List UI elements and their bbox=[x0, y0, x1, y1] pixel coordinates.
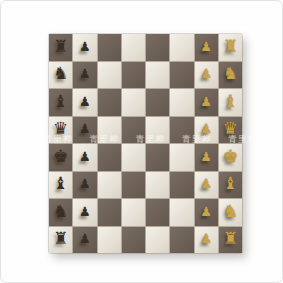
board-square[interactable] bbox=[98, 117, 121, 144]
white-bishop[interactable]: ♝ bbox=[223, 93, 238, 110]
black-pawn[interactable]: ♟ bbox=[79, 122, 91, 135]
board-square[interactable] bbox=[122, 199, 145, 226]
board-square[interactable]: ♝ bbox=[219, 89, 242, 116]
board-square[interactable]: ♝ bbox=[219, 172, 242, 199]
white-king[interactable]: ♚ bbox=[223, 148, 238, 165]
board-square[interactable]: ♝ bbox=[49, 89, 72, 116]
board-square[interactable] bbox=[146, 199, 169, 226]
white-knight[interactable]: ♞ bbox=[223, 203, 238, 220]
board-square[interactable] bbox=[122, 144, 145, 171]
board-square[interactable] bbox=[122, 227, 145, 254]
board-square[interactable]: ♞ bbox=[49, 199, 72, 226]
chess-board: ♜♟♟♜♞♟♟♞♝♟♟♝♛♟♟♛♚♟♟♚♝♟♟♝♞♟♟♞♜♟♟♜ bbox=[49, 34, 242, 253]
board-square[interactable]: ♜ bbox=[219, 34, 242, 61]
board-square[interactable]: ♚ bbox=[49, 144, 72, 171]
board-square[interactable]: ♜ bbox=[49, 34, 72, 61]
black-pawn[interactable]: ♟ bbox=[79, 177, 91, 190]
board-square[interactable]: ♞ bbox=[49, 62, 72, 89]
board-square[interactable] bbox=[122, 117, 145, 144]
board-square[interactable] bbox=[98, 62, 121, 89]
board-square[interactable] bbox=[98, 199, 121, 226]
white-pawn[interactable]: ♟ bbox=[200, 205, 212, 218]
board-square[interactable] bbox=[146, 62, 169, 89]
board-square[interactable]: ♟ bbox=[195, 117, 218, 144]
board-square[interactable]: ♟ bbox=[195, 144, 218, 171]
board-square[interactable]: ♟ bbox=[73, 117, 96, 144]
white-knight[interactable]: ♞ bbox=[223, 65, 238, 82]
board-square[interactable] bbox=[98, 227, 121, 254]
board-square[interactable]: ♟ bbox=[195, 34, 218, 61]
black-pawn[interactable]: ♟ bbox=[79, 205, 91, 218]
board-square[interactable] bbox=[170, 34, 193, 61]
board-square[interactable] bbox=[122, 62, 145, 89]
board-square[interactable] bbox=[98, 144, 121, 171]
black-king[interactable]: ♚ bbox=[53, 148, 68, 165]
board-square[interactable]: ♜ bbox=[49, 227, 72, 254]
white-pawn[interactable]: ♟ bbox=[200, 177, 212, 190]
board-square[interactable]: ♞ bbox=[219, 199, 242, 226]
board-square[interactable] bbox=[98, 89, 121, 116]
board-square[interactable]: ♟ bbox=[195, 199, 218, 226]
board-square[interactable] bbox=[98, 172, 121, 199]
board-square[interactable] bbox=[170, 117, 193, 144]
board-square[interactable] bbox=[170, 172, 193, 199]
board-square[interactable] bbox=[170, 227, 193, 254]
black-pawn[interactable]: ♟ bbox=[79, 232, 91, 245]
board-square[interactable]: ♟ bbox=[195, 227, 218, 254]
board-square[interactable] bbox=[98, 34, 121, 61]
board-square[interactable]: ♟ bbox=[73, 227, 96, 254]
board-square[interactable]: ♟ bbox=[73, 89, 96, 116]
white-pawn[interactable]: ♟ bbox=[200, 67, 212, 80]
board-square[interactable] bbox=[146, 117, 169, 144]
black-pawn[interactable]: ♟ bbox=[79, 40, 91, 53]
board-square[interactable]: ♟ bbox=[195, 172, 218, 199]
white-rook[interactable]: ♜ bbox=[223, 38, 238, 55]
board-square[interactable]: ♞ bbox=[219, 62, 242, 89]
black-pawn[interactable]: ♟ bbox=[79, 95, 91, 108]
product-photo: ♜♟♟♜♞♟♟♞♝♟♟♝♛♟♟♛♚♟♟♚♝♟♟♝♞♟♟♞♜♟♟♜ 青里桦 青里桦… bbox=[0, 0, 283, 283]
board-square[interactable] bbox=[122, 34, 145, 61]
board-square[interactable] bbox=[146, 227, 169, 254]
white-queen[interactable]: ♛ bbox=[223, 120, 238, 137]
black-rook[interactable]: ♜ bbox=[53, 230, 68, 247]
white-rook[interactable]: ♜ bbox=[223, 230, 238, 247]
board-square[interactable]: ♟ bbox=[73, 144, 96, 171]
black-bishop[interactable]: ♝ bbox=[53, 175, 68, 192]
board-square[interactable] bbox=[170, 62, 193, 89]
white-pawn[interactable]: ♟ bbox=[200, 95, 212, 108]
board-square[interactable] bbox=[146, 89, 169, 116]
black-pawn[interactable]: ♟ bbox=[79, 150, 91, 163]
board-square[interactable]: ♝ bbox=[49, 172, 72, 199]
board-square[interactable] bbox=[146, 172, 169, 199]
board-square[interactable] bbox=[170, 89, 193, 116]
board-square[interactable] bbox=[146, 34, 169, 61]
board-square[interactable]: ♟ bbox=[73, 34, 96, 61]
board-square[interactable]: ♟ bbox=[73, 199, 96, 226]
black-knight[interactable]: ♞ bbox=[53, 65, 68, 82]
board-square[interactable]: ♜ bbox=[219, 227, 242, 254]
board-square[interactable]: ♛ bbox=[219, 117, 242, 144]
white-pawn[interactable]: ♟ bbox=[200, 150, 212, 163]
board-square[interactable] bbox=[170, 199, 193, 226]
white-pawn[interactable]: ♟ bbox=[200, 122, 212, 135]
board-square[interactable] bbox=[122, 89, 145, 116]
white-pawn[interactable]: ♟ bbox=[200, 40, 212, 53]
black-queen[interactable]: ♛ bbox=[53, 120, 68, 137]
white-pawn[interactable]: ♟ bbox=[200, 232, 212, 245]
black-bishop[interactable]: ♝ bbox=[53, 93, 68, 110]
board-square[interactable] bbox=[170, 144, 193, 171]
black-knight[interactable]: ♞ bbox=[53, 203, 68, 220]
board-square[interactable]: ♟ bbox=[73, 62, 96, 89]
black-rook[interactable]: ♜ bbox=[53, 38, 68, 55]
board-square[interactable]: ♟ bbox=[195, 62, 218, 89]
board-square[interactable]: ♚ bbox=[219, 144, 242, 171]
board-square[interactable]: ♟ bbox=[73, 172, 96, 199]
board-square[interactable]: ♛ bbox=[49, 117, 72, 144]
board-square[interactable]: ♟ bbox=[195, 89, 218, 116]
white-bishop[interactable]: ♝ bbox=[223, 175, 238, 192]
board-square[interactable] bbox=[146, 144, 169, 171]
board-square[interactable] bbox=[122, 172, 145, 199]
black-pawn[interactable]: ♟ bbox=[79, 67, 91, 80]
